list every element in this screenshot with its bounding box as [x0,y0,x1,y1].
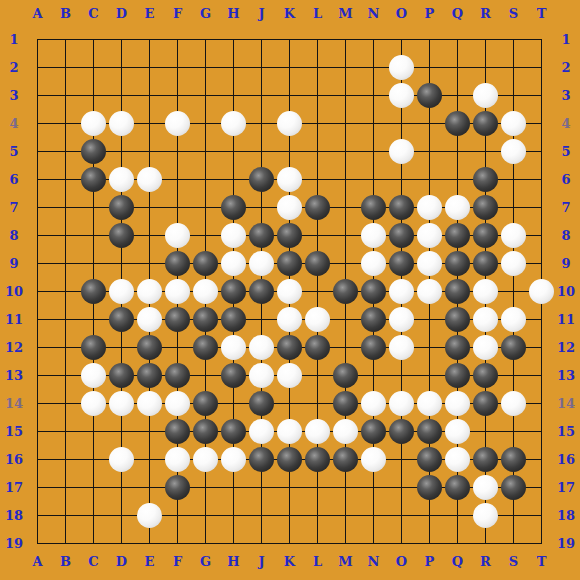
white-stone [81,363,106,388]
coord-label-left-7: 7 [0,201,28,215]
black-stone [249,223,274,248]
coord-label-left-4: 4 [0,117,28,131]
black-stone [473,195,498,220]
black-stone [305,447,330,472]
coord-label-bottom-G: G [192,555,220,569]
coord-label-left-1: 1 [0,33,28,47]
coord-label-top-L: L [304,7,332,21]
white-stone [473,307,498,332]
black-stone [473,223,498,248]
coord-label-bottom-E: E [136,555,164,569]
black-stone [361,419,386,444]
black-stone [165,307,190,332]
black-stone [333,447,358,472]
coord-label-bottom-P: P [416,555,444,569]
white-stone [389,335,414,360]
coord-label-right-1: 1 [552,33,580,47]
coord-label-top-P: P [416,7,444,21]
coord-label-left-17: 17 [0,481,28,495]
coord-label-bottom-F: F [164,555,192,569]
coord-label-right-9: 9 [552,257,580,271]
white-stone [249,363,274,388]
white-stone [473,279,498,304]
black-stone [165,419,190,444]
white-stone [277,279,302,304]
coord-label-bottom-K: K [276,555,304,569]
coord-label-right-7: 7 [552,201,580,215]
black-stone [417,83,442,108]
black-stone [193,251,218,276]
white-stone [333,419,358,444]
black-stone [473,111,498,136]
white-stone [109,111,134,136]
black-stone [389,419,414,444]
black-stone [81,279,106,304]
white-stone [361,447,386,472]
black-stone [221,363,246,388]
coord-label-right-3: 3 [552,89,580,103]
white-stone [445,391,470,416]
coord-label-left-16: 16 [0,453,28,467]
coord-label-bottom-A: A [24,555,52,569]
black-stone [305,251,330,276]
coord-label-top-E: E [136,7,164,21]
white-stone [277,167,302,192]
white-stone [109,391,134,416]
white-stone [417,223,442,248]
black-stone [221,307,246,332]
black-stone [249,447,274,472]
coord-label-top-J: J [248,7,276,21]
white-stone [389,139,414,164]
white-stone [501,111,526,136]
coord-label-right-6: 6 [552,173,580,187]
coord-label-right-14: 14 [552,397,580,411]
white-stone [501,139,526,164]
white-stone [361,223,386,248]
coord-label-left-13: 13 [0,369,28,383]
coord-label-bottom-Q: Q [444,555,472,569]
coord-label-right-13: 13 [552,369,580,383]
coord-label-left-2: 2 [0,61,28,75]
white-stone [137,391,162,416]
white-stone [501,391,526,416]
coord-label-right-8: 8 [552,229,580,243]
coord-label-bottom-S: S [500,555,528,569]
black-stone [389,251,414,276]
coord-label-left-5: 5 [0,145,28,159]
white-stone [165,223,190,248]
white-stone [417,195,442,220]
coord-label-bottom-D: D [108,555,136,569]
coord-label-bottom-T: T [528,555,556,569]
black-stone [221,419,246,444]
white-stone [109,279,134,304]
white-stone [249,251,274,276]
white-stone [305,307,330,332]
black-stone [501,447,526,472]
black-stone [501,475,526,500]
black-stone [109,223,134,248]
coord-label-top-B: B [52,7,80,21]
black-stone [193,307,218,332]
coord-label-bottom-B: B [52,555,80,569]
white-stone [221,447,246,472]
black-stone [249,391,274,416]
coord-label-top-G: G [192,7,220,21]
white-stone [277,307,302,332]
black-stone [361,307,386,332]
black-stone [445,111,470,136]
white-stone [389,391,414,416]
black-stone [389,223,414,248]
coord-label-top-N: N [360,7,388,21]
coord-label-top-A: A [24,7,52,21]
white-stone [389,307,414,332]
white-stone [249,419,274,444]
coord-label-left-15: 15 [0,425,28,439]
black-stone [361,195,386,220]
black-stone [193,419,218,444]
coord-label-top-M: M [332,7,360,21]
white-stone [109,167,134,192]
white-stone [389,55,414,80]
coord-label-left-18: 18 [0,509,28,523]
black-stone [445,251,470,276]
white-stone [305,419,330,444]
black-stone [445,335,470,360]
black-stone [221,195,246,220]
coord-label-bottom-N: N [360,555,388,569]
black-stone [333,391,358,416]
black-stone [333,363,358,388]
coord-label-top-K: K [276,7,304,21]
black-stone [445,363,470,388]
black-stone [445,223,470,248]
white-stone [277,195,302,220]
coord-label-left-6: 6 [0,173,28,187]
white-stone [473,475,498,500]
black-stone [417,447,442,472]
black-stone [473,391,498,416]
coord-label-left-8: 8 [0,229,28,243]
white-stone [529,279,554,304]
black-stone [305,335,330,360]
black-stone [445,307,470,332]
black-stone [81,167,106,192]
black-stone [277,335,302,360]
black-stone [81,139,106,164]
white-stone [137,279,162,304]
white-stone [221,111,246,136]
black-stone [137,363,162,388]
black-stone [109,363,134,388]
black-stone [193,391,218,416]
black-stone [445,475,470,500]
white-stone [361,391,386,416]
black-stone [305,195,330,220]
black-stone [473,447,498,472]
coord-label-bottom-O: O [388,555,416,569]
white-stone [277,419,302,444]
black-stone [165,363,190,388]
coord-label-right-19: 19 [552,537,580,551]
coord-label-left-12: 12 [0,341,28,355]
black-stone [81,335,106,360]
white-stone [417,279,442,304]
white-stone [389,83,414,108]
coord-label-right-17: 17 [552,481,580,495]
coord-label-bottom-M: M [332,555,360,569]
white-stone [501,251,526,276]
coord-label-bottom-H: H [220,555,248,569]
coord-label-right-15: 15 [552,425,580,439]
white-stone [445,419,470,444]
white-stone [165,447,190,472]
black-stone [333,279,358,304]
black-stone [277,447,302,472]
black-stone [249,279,274,304]
coord-label-bottom-C: C [80,555,108,569]
white-stone [473,503,498,528]
black-stone [277,251,302,276]
coord-label-right-10: 10 [552,285,580,299]
coord-label-left-9: 9 [0,257,28,271]
coord-label-top-H: H [220,7,248,21]
coord-label-left-10: 10 [0,285,28,299]
white-stone [165,279,190,304]
coord-label-bottom-L: L [304,555,332,569]
coord-label-top-R: R [472,7,500,21]
white-stone [193,279,218,304]
white-stone [417,391,442,416]
black-stone [277,223,302,248]
black-stone [389,195,414,220]
black-stone [165,475,190,500]
black-stone [109,195,134,220]
white-stone [389,279,414,304]
go-game-screen: AABBCCDDEEFFGGHHJJKKLLMMNNOOPPQQRRSSTT11… [0,0,580,580]
white-stone [445,447,470,472]
coord-label-right-5: 5 [552,145,580,159]
black-stone [221,279,246,304]
coord-label-left-19: 19 [0,537,28,551]
coord-label-top-D: D [108,7,136,21]
black-stone [109,307,134,332]
coord-label-top-T: T [528,7,556,21]
white-stone [473,83,498,108]
white-stone [221,223,246,248]
black-stone [473,363,498,388]
coord-label-right-11: 11 [552,313,580,327]
coord-label-right-18: 18 [552,509,580,523]
black-stone [361,279,386,304]
white-stone [473,335,498,360]
black-stone [193,335,218,360]
white-stone [137,307,162,332]
coord-label-left-3: 3 [0,89,28,103]
coord-label-bottom-J: J [248,555,276,569]
coord-label-left-11: 11 [0,313,28,327]
coord-label-bottom-R: R [472,555,500,569]
coord-label-left-14: 14 [0,397,28,411]
coord-label-right-2: 2 [552,61,580,75]
white-stone [81,111,106,136]
coord-label-right-4: 4 [552,117,580,131]
black-stone [501,335,526,360]
black-stone [417,419,442,444]
coord-label-right-12: 12 [552,341,580,355]
white-stone [501,223,526,248]
white-stone [249,335,274,360]
white-stone [501,307,526,332]
black-stone [361,335,386,360]
white-stone [165,111,190,136]
white-stone [277,111,302,136]
white-stone [137,503,162,528]
coord-label-top-O: O [388,7,416,21]
coord-label-right-16: 16 [552,453,580,467]
white-stone [221,251,246,276]
coord-label-top-S: S [500,7,528,21]
coord-label-top-C: C [80,7,108,21]
white-stone [417,251,442,276]
white-stone [165,391,190,416]
white-stone [277,363,302,388]
white-stone [221,335,246,360]
black-stone [473,167,498,192]
white-stone [445,195,470,220]
white-stone [109,447,134,472]
black-stone [473,251,498,276]
black-stone [137,335,162,360]
coord-label-top-Q: Q [444,7,472,21]
black-stone [445,279,470,304]
white-stone [193,447,218,472]
white-stone [137,167,162,192]
coord-label-top-F: F [164,7,192,21]
white-stone [361,251,386,276]
black-stone [165,251,190,276]
black-stone [249,167,274,192]
black-stone [417,475,442,500]
white-stone [81,391,106,416]
